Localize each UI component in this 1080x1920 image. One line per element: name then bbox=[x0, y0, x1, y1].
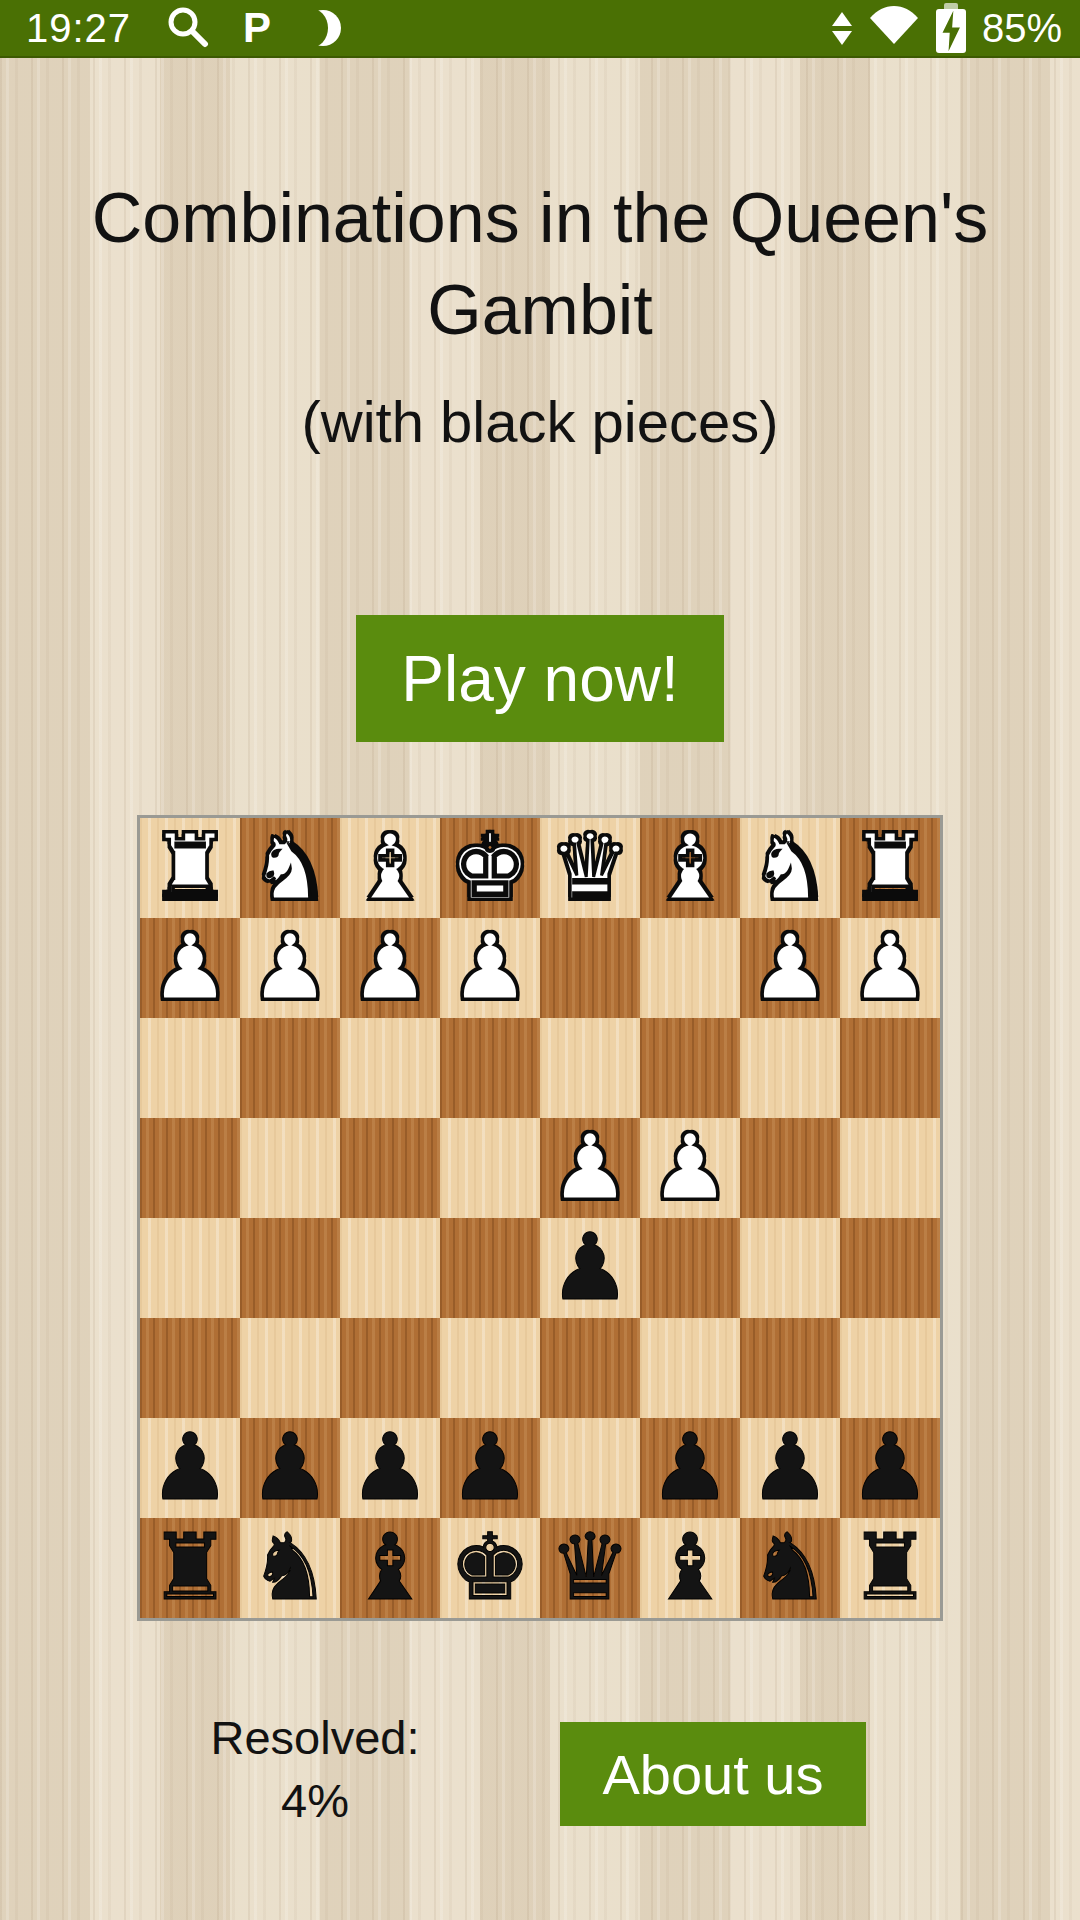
white-knight: ♞ bbox=[249, 822, 331, 914]
square-a2[interactable]: ♟ bbox=[840, 918, 940, 1018]
square-b4[interactable] bbox=[740, 1118, 840, 1218]
white-bishop: ♝ bbox=[649, 822, 731, 914]
white-king: ♚ bbox=[449, 822, 531, 914]
square-c1[interactable]: ♝ bbox=[640, 818, 740, 918]
battery-charging-icon bbox=[936, 3, 966, 53]
square-c6[interactable] bbox=[640, 1318, 740, 1418]
black-pawn: ♟ bbox=[249, 1422, 331, 1514]
page-title: Combinations in the Queen's Gambit bbox=[0, 172, 1080, 356]
square-b3[interactable] bbox=[740, 1018, 840, 1118]
square-a8[interactable]: ♜ bbox=[840, 1518, 940, 1618]
square-h3[interactable] bbox=[140, 1018, 240, 1118]
square-b1[interactable]: ♞ bbox=[740, 818, 840, 918]
square-e8[interactable]: ♚ bbox=[440, 1518, 540, 1618]
square-f2[interactable]: ♟ bbox=[340, 918, 440, 1018]
square-g2[interactable]: ♟ bbox=[240, 918, 340, 1018]
white-rook: ♜ bbox=[149, 822, 231, 914]
status-bar: 19:27 P 85% bbox=[0, 0, 1080, 58]
battery-percent: 85% bbox=[982, 6, 1062, 51]
square-f4[interactable] bbox=[340, 1118, 440, 1218]
page-subtitle: (with black pieces) bbox=[0, 388, 1080, 455]
black-pawn: ♟ bbox=[549, 1222, 631, 1314]
square-a4[interactable] bbox=[840, 1118, 940, 1218]
white-rook: ♜ bbox=[849, 822, 931, 914]
square-e3[interactable] bbox=[440, 1018, 540, 1118]
p-notification-icon: P bbox=[243, 4, 271, 52]
chess-board: ♜♞♝♚♛♝♞♜♟♟♟♟♟♟♟♟♟♟♟♟♟♟♟♟♜♞♝♚♛♝♞♜ bbox=[137, 815, 943, 1621]
square-g6[interactable] bbox=[240, 1318, 340, 1418]
resolved-label: Resolved: bbox=[160, 1706, 470, 1769]
square-g3[interactable] bbox=[240, 1018, 340, 1118]
white-pawn: ♟ bbox=[449, 922, 531, 1014]
black-bishop: ♝ bbox=[649, 1522, 731, 1614]
square-f6[interactable] bbox=[340, 1318, 440, 1418]
black-king: ♚ bbox=[449, 1522, 531, 1614]
square-d7[interactable] bbox=[540, 1418, 640, 1518]
square-h6[interactable] bbox=[140, 1318, 240, 1418]
black-rook: ♜ bbox=[149, 1522, 231, 1614]
square-a6[interactable] bbox=[840, 1318, 940, 1418]
white-pawn: ♟ bbox=[649, 1122, 731, 1214]
square-f7[interactable]: ♟ bbox=[340, 1418, 440, 1518]
white-pawn: ♟ bbox=[849, 922, 931, 1014]
square-d6[interactable] bbox=[540, 1318, 640, 1418]
square-h8[interactable]: ♜ bbox=[140, 1518, 240, 1618]
black-pawn: ♟ bbox=[649, 1422, 731, 1514]
about-us-button[interactable]: About us bbox=[560, 1722, 866, 1826]
white-pawn: ♟ bbox=[349, 922, 431, 1014]
square-c4[interactable]: ♟ bbox=[640, 1118, 740, 1218]
black-knight: ♞ bbox=[749, 1522, 831, 1614]
square-c7[interactable]: ♟ bbox=[640, 1418, 740, 1518]
square-d1[interactable]: ♛ bbox=[540, 818, 640, 918]
square-a7[interactable]: ♟ bbox=[840, 1418, 940, 1518]
square-e5[interactable] bbox=[440, 1218, 540, 1318]
white-pawn: ♟ bbox=[149, 922, 231, 1014]
square-h1[interactable]: ♜ bbox=[140, 818, 240, 918]
square-c5[interactable] bbox=[640, 1218, 740, 1318]
square-b6[interactable] bbox=[740, 1318, 840, 1418]
crescent-moon-icon bbox=[305, 10, 341, 46]
square-e7[interactable]: ♟ bbox=[440, 1418, 540, 1518]
white-knight: ♞ bbox=[749, 822, 831, 914]
black-queen: ♛ bbox=[549, 1522, 631, 1614]
white-pawn: ♟ bbox=[749, 922, 831, 1014]
square-f1[interactable]: ♝ bbox=[340, 818, 440, 918]
square-d4[interactable]: ♟ bbox=[540, 1118, 640, 1218]
square-b7[interactable]: ♟ bbox=[740, 1418, 840, 1518]
square-d8[interactable]: ♛ bbox=[540, 1518, 640, 1618]
square-d3[interactable] bbox=[540, 1018, 640, 1118]
square-c8[interactable]: ♝ bbox=[640, 1518, 740, 1618]
white-pawn: ♟ bbox=[549, 1122, 631, 1214]
white-pawn: ♟ bbox=[249, 922, 331, 1014]
square-c2[interactable] bbox=[640, 918, 740, 1018]
black-bishop: ♝ bbox=[349, 1522, 431, 1614]
square-g4[interactable] bbox=[240, 1118, 340, 1218]
square-c3[interactable] bbox=[640, 1018, 740, 1118]
black-pawn: ♟ bbox=[449, 1422, 531, 1514]
square-b5[interactable] bbox=[740, 1218, 840, 1318]
square-b8[interactable]: ♞ bbox=[740, 1518, 840, 1618]
square-g5[interactable] bbox=[240, 1218, 340, 1318]
square-g8[interactable]: ♞ bbox=[240, 1518, 340, 1618]
black-rook: ♜ bbox=[849, 1522, 931, 1614]
square-d5[interactable]: ♟ bbox=[540, 1218, 640, 1318]
wifi-icon bbox=[868, 6, 920, 50]
square-h5[interactable] bbox=[140, 1218, 240, 1318]
black-pawn: ♟ bbox=[149, 1422, 231, 1514]
square-a1[interactable]: ♜ bbox=[840, 818, 940, 918]
square-a3[interactable] bbox=[840, 1018, 940, 1118]
white-queen: ♛ bbox=[549, 822, 631, 914]
black-knight: ♞ bbox=[249, 1522, 331, 1614]
black-pawn: ♟ bbox=[349, 1422, 431, 1514]
play-now-button[interactable]: Play now! bbox=[356, 615, 724, 742]
square-b2[interactable]: ♟ bbox=[740, 918, 840, 1018]
black-pawn: ♟ bbox=[749, 1422, 831, 1514]
data-transfer-arrows-icon bbox=[832, 12, 852, 45]
search-icon bbox=[165, 4, 209, 52]
square-e2[interactable]: ♟ bbox=[440, 918, 540, 1018]
square-h2[interactable]: ♟ bbox=[140, 918, 240, 1018]
square-a5[interactable] bbox=[840, 1218, 940, 1318]
resolved-value: 4% bbox=[160, 1769, 470, 1832]
square-f5[interactable] bbox=[340, 1218, 440, 1318]
square-d2[interactable] bbox=[540, 918, 640, 1018]
resolved-progress: Resolved: 4% bbox=[160, 1706, 470, 1832]
square-e1[interactable]: ♚ bbox=[440, 818, 540, 918]
app-screen: 19:27 P 85% Combinations in the Queen's … bbox=[0, 0, 1080, 1920]
square-e6[interactable] bbox=[440, 1318, 540, 1418]
square-f8[interactable]: ♝ bbox=[340, 1518, 440, 1618]
square-g1[interactable]: ♞ bbox=[240, 818, 340, 918]
clock-time: 19:27 bbox=[26, 6, 131, 51]
square-h4[interactable] bbox=[140, 1118, 240, 1218]
white-bishop: ♝ bbox=[349, 822, 431, 914]
square-f3[interactable] bbox=[340, 1018, 440, 1118]
square-h7[interactable]: ♟ bbox=[140, 1418, 240, 1518]
black-pawn: ♟ bbox=[849, 1422, 931, 1514]
square-g7[interactable]: ♟ bbox=[240, 1418, 340, 1518]
square-e4[interactable] bbox=[440, 1118, 540, 1218]
